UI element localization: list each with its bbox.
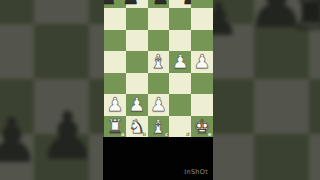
pawn-silhouette-left-edge: ♟ [0, 110, 40, 172]
white-piece-P: ♟ [172, 51, 189, 72]
square-e1: ♚e [191, 116, 213, 138]
square-e6 [191, 8, 213, 30]
white-piece-P: ♟ [106, 94, 123, 115]
square-a6 [104, 8, 126, 30]
square-e3 [191, 73, 213, 95]
pawn-silhouette-left: ♟ [38, 104, 97, 170]
square-a5 [104, 30, 126, 52]
square-c2: ♟ [148, 94, 170, 116]
square-a1: ♜a [104, 116, 126, 138]
square-a7: ♟ [104, 0, 126, 8]
black-piece-P: ♟ [152, 0, 169, 8]
file-coordinate-label: d [186, 132, 190, 137]
square-c1: ♝c [148, 116, 170, 138]
inshot-watermark: InShOt [184, 168, 208, 176]
square-d7: ♟ [169, 0, 191, 8]
chess-board: ♟♟♟♟♝♟♟♟♟♟♜a♞b♝cd♚e [104, 0, 213, 137]
square-b5 [126, 30, 148, 52]
letterbox-bar: InShOt [103, 137, 213, 180]
white-piece-P: ♟ [150, 94, 167, 115]
square-a4 [104, 51, 126, 73]
file-coordinate-label: e [208, 132, 211, 137]
square-a3 [104, 73, 126, 95]
square-a2: ♟ [104, 94, 126, 116]
square-b6 [126, 8, 148, 30]
square-c4: ♝ [148, 51, 170, 73]
square-e2 [191, 94, 213, 116]
rook-silhouette-corner: ♜ [288, 0, 320, 38]
square-d1: d [169, 116, 191, 138]
square-b3 [126, 73, 148, 95]
file-coordinate-label: a [121, 132, 124, 137]
square-e5 [191, 30, 213, 52]
square-d3 [169, 73, 191, 95]
square-c6 [148, 8, 170, 30]
white-piece-P: ♟ [194, 51, 211, 72]
square-e4: ♟ [191, 51, 213, 73]
board-viewport: ♟♟♟♟♝♟♟♟♟♟♜a♞b♝cd♚e [104, 0, 213, 137]
file-coordinate-label: b [143, 132, 147, 137]
white-piece-B: ♝ [150, 51, 167, 72]
square-c7: ♟ [148, 0, 170, 8]
square-d4: ♟ [169, 51, 191, 73]
video-frame: ♟♟♟♟♜ ♟♟♟♟♝♟♟♟♟♟♜a♞b♝cd♚e InShOt [0, 0, 320, 180]
square-b2: ♟ [126, 94, 148, 116]
square-c5 [148, 30, 170, 52]
black-piece-P: ♟ [104, 0, 116, 8]
square-d2 [169, 94, 191, 116]
square-d6 [169, 8, 191, 30]
square-b7: ♟ [126, 0, 148, 8]
square-d5 [169, 30, 191, 52]
square-b1: ♞b [126, 116, 148, 138]
file-coordinate-label: c [165, 132, 168, 137]
white-piece-P: ♟ [128, 94, 145, 115]
square-c3 [148, 73, 170, 95]
square-b4 [126, 51, 148, 73]
square-e7 [191, 0, 213, 8]
